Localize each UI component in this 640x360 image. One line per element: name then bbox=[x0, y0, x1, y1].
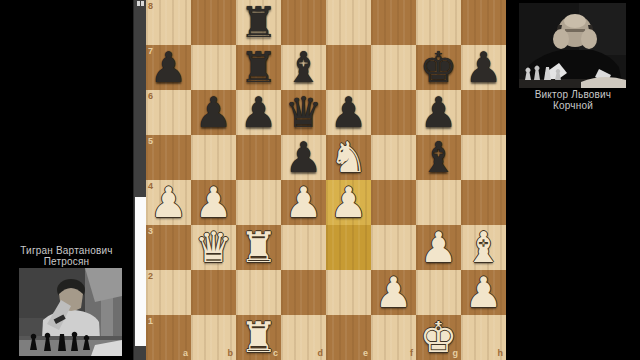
white-player-name-line1: Тигран Вартанович bbox=[0, 245, 133, 256]
square-e2[interactable] bbox=[326, 270, 371, 315]
square-h1[interactable]: h bbox=[461, 315, 506, 360]
black-pawn[interactable]: ♟ bbox=[465, 45, 503, 90]
black-pawn[interactable]: ♟ bbox=[150, 45, 188, 90]
rank-label-5: 5 bbox=[148, 137, 153, 146]
black-queen[interactable]: ♛ bbox=[285, 90, 323, 135]
file-label-h: h bbox=[498, 349, 504, 358]
square-d3[interactable] bbox=[281, 225, 326, 270]
white-rook[interactable]: ♜ bbox=[240, 225, 278, 270]
square-f5[interactable] bbox=[371, 135, 416, 180]
square-a1[interactable]: 1a bbox=[146, 315, 191, 360]
white-rook[interactable]: ♜ bbox=[240, 315, 278, 360]
white-player-name-line2: Петросян bbox=[0, 256, 133, 267]
square-e3[interactable] bbox=[326, 225, 371, 270]
square-g4[interactable] bbox=[416, 180, 461, 225]
white-pawn[interactable]: ♟ bbox=[195, 180, 233, 225]
white-queen[interactable]: ♛ bbox=[195, 225, 233, 270]
square-f4[interactable] bbox=[371, 180, 416, 225]
file-label-c: c bbox=[273, 349, 278, 358]
square-e7[interactable] bbox=[326, 45, 371, 90]
square-a3[interactable]: 3 bbox=[146, 225, 191, 270]
square-f8[interactable] bbox=[371, 0, 416, 45]
black-bishop[interactable]: ♝ bbox=[285, 45, 323, 90]
black-pawn[interactable]: ♟ bbox=[285, 135, 323, 180]
square-c7[interactable]: ♜ bbox=[236, 45, 281, 90]
square-h2[interactable]: ♟ bbox=[461, 270, 506, 315]
square-h3[interactable]: ♝ bbox=[461, 225, 506, 270]
square-d5[interactable]: ♟ bbox=[281, 135, 326, 180]
petrosian-photo bbox=[19, 268, 122, 356]
square-a6[interactable]: 6 bbox=[146, 90, 191, 135]
black-pawn[interactable]: ♟ bbox=[240, 90, 278, 135]
black-pawn[interactable]: ♟ bbox=[330, 90, 368, 135]
black-pawn[interactable]: ♟ bbox=[420, 90, 458, 135]
white-player-panel: Тигран Вартанович Петросян bbox=[0, 0, 133, 360]
square-h5[interactable] bbox=[461, 135, 506, 180]
square-a4[interactable]: 4♟ bbox=[146, 180, 191, 225]
square-e5[interactable]: ♞ bbox=[326, 135, 371, 180]
square-g7[interactable]: ♚ bbox=[416, 45, 461, 90]
rank-label-3: 3 bbox=[148, 227, 153, 236]
square-g6[interactable]: ♟ bbox=[416, 90, 461, 135]
square-d8[interactable] bbox=[281, 0, 326, 45]
black-king[interactable]: ♚ bbox=[420, 45, 458, 90]
square-a5[interactable]: 5 bbox=[146, 135, 191, 180]
square-f6[interactable] bbox=[371, 90, 416, 135]
black-player-name-line1: Виктор Львович bbox=[506, 89, 640, 100]
file-label-b: b bbox=[228, 349, 234, 358]
black-player-name: Виктор Львович Корчной bbox=[506, 89, 640, 111]
scrollbar-thumb[interactable] bbox=[135, 197, 146, 346]
square-b3[interactable]: ♛ bbox=[191, 225, 236, 270]
square-d7[interactable]: ♝ bbox=[281, 45, 326, 90]
square-e1[interactable]: e bbox=[326, 315, 371, 360]
square-f3[interactable] bbox=[371, 225, 416, 270]
scrollbar-grip-icon bbox=[136, 1, 145, 6]
black-rook[interactable]: ♜ bbox=[240, 45, 278, 90]
black-player-name-line2: Корчной bbox=[506, 100, 640, 111]
file-label-e: e bbox=[363, 349, 368, 358]
korchnoi-photo bbox=[519, 3, 626, 88]
square-b1[interactable]: b bbox=[191, 315, 236, 360]
black-bishop[interactable]: ♝ bbox=[420, 135, 458, 180]
square-b6[interactable]: ♟ bbox=[191, 90, 236, 135]
square-b4[interactable]: ♟ bbox=[191, 180, 236, 225]
square-f7[interactable] bbox=[371, 45, 416, 90]
rank-label-6: 6 bbox=[148, 92, 153, 101]
video-frame: Тигран Вартанович Петросян bbox=[0, 0, 640, 360]
square-g5[interactable]: ♝ bbox=[416, 135, 461, 180]
square-h6[interactable] bbox=[461, 90, 506, 135]
square-b5[interactable] bbox=[191, 135, 236, 180]
square-c6[interactable]: ♟ bbox=[236, 90, 281, 135]
black-player-panel: Виктор Львович Корчной bbox=[506, 0, 640, 360]
square-h7[interactable]: ♟ bbox=[461, 45, 506, 90]
square-d4[interactable]: ♟ bbox=[281, 180, 326, 225]
square-f1[interactable]: f bbox=[371, 315, 416, 360]
square-e4[interactable]: ♟ bbox=[326, 180, 371, 225]
square-a7[interactable]: 7♟ bbox=[146, 45, 191, 90]
white-pawn[interactable]: ♟ bbox=[375, 270, 413, 315]
white-player-name: Тигран Вартанович Петросян bbox=[0, 245, 133, 267]
black-pawn[interactable]: ♟ bbox=[195, 90, 233, 135]
white-knight[interactable]: ♞ bbox=[330, 135, 368, 180]
rank-label-7: 7 bbox=[148, 47, 153, 56]
square-d2[interactable] bbox=[281, 270, 326, 315]
square-h4[interactable] bbox=[461, 180, 506, 225]
square-h8[interactable] bbox=[461, 0, 506, 45]
rank-label-1: 1 bbox=[148, 317, 153, 326]
square-c4[interactable] bbox=[236, 180, 281, 225]
square-c1[interactable]: c♜ bbox=[236, 315, 281, 360]
rank-label-4: 4 bbox=[148, 182, 153, 191]
square-b7[interactable] bbox=[191, 45, 236, 90]
file-label-g: g bbox=[453, 349, 459, 358]
square-e6[interactable]: ♟ bbox=[326, 90, 371, 135]
square-d6[interactable]: ♛ bbox=[281, 90, 326, 135]
scrollbar[interactable] bbox=[133, 0, 146, 360]
square-d1[interactable]: d bbox=[281, 315, 326, 360]
square-g8[interactable] bbox=[416, 0, 461, 45]
white-pawn[interactable]: ♟ bbox=[330, 180, 368, 225]
square-c5[interactable] bbox=[236, 135, 281, 180]
chess-board: 8♜7♟♜♝♚♟6♟♟♛♟♟5♟♞♝4♟♟♟♟3♛♜♟♝2♟♟1abc♜defg… bbox=[146, 0, 506, 360]
rank-label-8: 8 bbox=[148, 2, 153, 11]
square-e8[interactable] bbox=[326, 0, 371, 45]
file-label-a: a bbox=[183, 349, 188, 358]
white-pawn[interactable]: ♟ bbox=[465, 270, 503, 315]
white-pawn[interactable]: ♟ bbox=[420, 225, 458, 270]
square-a2[interactable]: 2 bbox=[146, 270, 191, 315]
square-g2[interactable] bbox=[416, 270, 461, 315]
file-label-d: d bbox=[318, 349, 324, 358]
square-b8[interactable] bbox=[191, 0, 236, 45]
white-pawn[interactable]: ♟ bbox=[285, 180, 323, 225]
square-c8[interactable]: ♜ bbox=[236, 0, 281, 45]
square-f2[interactable]: ♟ bbox=[371, 270, 416, 315]
square-g3[interactable]: ♟ bbox=[416, 225, 461, 270]
square-g1[interactable]: g♚ bbox=[416, 315, 461, 360]
rank-label-2: 2 bbox=[148, 272, 153, 281]
square-c2[interactable] bbox=[236, 270, 281, 315]
black-rook[interactable]: ♜ bbox=[240, 0, 278, 45]
file-label-f: f bbox=[410, 349, 413, 358]
square-b2[interactable] bbox=[191, 270, 236, 315]
white-bishop[interactable]: ♝ bbox=[465, 225, 503, 270]
square-c3[interactable]: ♜ bbox=[236, 225, 281, 270]
square-a8[interactable]: 8 bbox=[146, 0, 191, 45]
white-pawn[interactable]: ♟ bbox=[150, 180, 188, 225]
